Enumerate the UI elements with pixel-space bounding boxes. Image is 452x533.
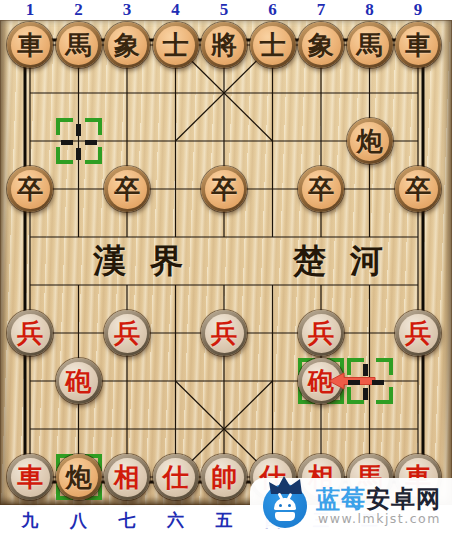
piece-character: 馬 <box>59 26 98 65</box>
piece-character: 兵 <box>11 314 50 353</box>
piece-black-soldier[interactable]: 卒 <box>298 166 344 212</box>
piece-black-soldier[interactable]: 卒 <box>201 166 247 212</box>
bottom-file-label: 八 <box>66 509 92 532</box>
piece-character: 兵 <box>108 314 147 353</box>
piece-character: 兵 <box>205 314 244 353</box>
piece-black-cannon[interactable]: 炮 <box>347 118 393 164</box>
piece-black-horse[interactable]: 馬 <box>347 22 393 68</box>
top-file-label: 4 <box>163 0 189 20</box>
piece-red-general[interactable]: 帥 <box>201 454 247 500</box>
crosshair-cursor-icon <box>348 364 384 400</box>
piece-character: 卒 <box>11 170 50 209</box>
river-label-hanjie: 漢界 <box>69 239 207 284</box>
top-file-label: 8 <box>357 0 383 20</box>
piece-black-soldier[interactable]: 卒 <box>104 166 150 212</box>
piece-black-soldier[interactable]: 卒 <box>395 166 441 212</box>
top-file-label: 7 <box>308 0 334 20</box>
piece-character: 兵 <box>302 314 341 353</box>
top-file-label: 3 <box>114 0 140 20</box>
piece-red-soldier[interactable]: 兵 <box>7 310 53 356</box>
top-file-label: 5 <box>211 0 237 20</box>
piece-red-elephant[interactable]: 相 <box>104 454 150 500</box>
top-file-label: 1 <box>17 0 43 20</box>
piece-black-chariot[interactable]: 車 <box>7 22 53 68</box>
piece-red-chariot[interactable]: 車 <box>7 454 53 500</box>
bottom-file-label: 五 <box>211 509 237 532</box>
piece-black-elephant[interactable]: 象 <box>104 22 150 68</box>
piece-character: 車 <box>11 458 50 497</box>
piece-red-advisor[interactable]: 仕 <box>153 454 199 500</box>
piece-character: 仕 <box>156 458 195 497</box>
piece-black-advisor[interactable]: 士 <box>153 22 199 68</box>
piece-character: 士 <box>253 26 292 65</box>
bottom-file-label: 九 <box>17 509 43 532</box>
piece-character: 車 <box>11 26 50 65</box>
piece-character: 相 <box>108 458 147 497</box>
piece-black-advisor[interactable]: 士 <box>250 22 296 68</box>
xiangqi-app: 漢界 楚河 蓝莓安卓网 www.lmkjst.com 123456789九八七六… <box>0 0 452 533</box>
blueberry-android-logo-icon <box>263 481 309 527</box>
bottom-file-label: 六 <box>163 509 189 532</box>
piece-character: 炮 <box>350 122 389 161</box>
piece-character: 兵 <box>399 314 438 353</box>
piece-character: 帥 <box>205 458 244 497</box>
piece-black-general[interactable]: 將 <box>201 22 247 68</box>
crosshair-cursor-icon <box>61 124 97 160</box>
piece-black-cannon[interactable]: 炮 <box>56 454 102 500</box>
piece-black-soldier[interactable]: 卒 <box>7 166 53 212</box>
piece-black-chariot[interactable]: 車 <box>395 22 441 68</box>
piece-black-elephant[interactable]: 象 <box>298 22 344 68</box>
piece-red-soldier[interactable]: 兵 <box>298 310 344 356</box>
top-file-label: 6 <box>260 0 286 20</box>
piece-character: 將 <box>205 26 244 65</box>
piece-red-cannon[interactable]: 砲 <box>56 358 102 404</box>
piece-character: 士 <box>156 26 195 65</box>
top-file-label: 9 <box>405 0 431 20</box>
piece-character: 炮 <box>59 458 98 497</box>
piece-red-soldier[interactable]: 兵 <box>201 310 247 356</box>
bottom-file-label: 七 <box>114 509 140 532</box>
piece-character: 象 <box>302 26 341 65</box>
piece-character: 車 <box>399 26 438 65</box>
piece-red-soldier[interactable]: 兵 <box>395 310 441 356</box>
piece-character: 象 <box>108 26 147 65</box>
watermark-url: www.lmkjst.com <box>318 511 441 526</box>
river-label-chuhe: 楚河 <box>269 239 407 284</box>
piece-character: 馬 <box>350 26 389 65</box>
piece-character: 卒 <box>108 170 147 209</box>
top-file-label: 2 <box>66 0 92 20</box>
piece-character: 卒 <box>205 170 244 209</box>
piece-character: 卒 <box>399 170 438 209</box>
piece-character: 砲 <box>59 362 98 401</box>
piece-character: 卒 <box>302 170 341 209</box>
piece-red-soldier[interactable]: 兵 <box>104 310 150 356</box>
watermark: 蓝莓安卓网 www.lmkjst.com <box>250 478 452 528</box>
piece-black-horse[interactable]: 馬 <box>56 22 102 68</box>
